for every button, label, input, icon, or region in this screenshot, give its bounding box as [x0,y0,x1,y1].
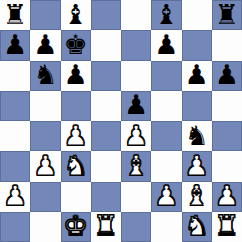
square-c1[interactable]: ♚ [61,212,91,242]
piece-black-rook: ♜ [3,1,27,28]
square-b6[interactable]: ♞ [30,61,60,91]
square-h2[interactable]: ♟ [212,182,242,212]
square-d1[interactable]: ♜ [91,212,121,242]
square-c3[interactable]: ♞ [61,151,91,181]
piece-white-pawn: ♟ [64,122,88,149]
square-f7[interactable]: ♟ [151,30,181,60]
square-d8[interactable] [91,0,121,30]
square-f4[interactable] [151,121,181,151]
square-e5[interactable]: ♟ [121,91,151,121]
piece-white-pawn: ♟ [215,182,239,209]
square-h8[interactable]: ♜ [212,0,242,30]
square-e6[interactable] [121,61,151,91]
piece-black-knight: ♞ [185,122,209,149]
square-f3[interactable] [151,151,181,181]
square-d5[interactable] [91,91,121,121]
square-g6[interactable]: ♟ [182,61,212,91]
square-b8[interactable] [30,0,60,30]
square-h7[interactable] [212,30,242,60]
square-f6[interactable] [151,61,181,91]
square-g7[interactable] [182,30,212,60]
piece-white-pawn: ♟ [154,182,178,209]
square-d6[interactable] [91,61,121,91]
square-d2[interactable] [91,182,121,212]
square-e8[interactable] [121,0,151,30]
piece-white-knight: ♞ [185,212,209,239]
square-h6[interactable]: ♟ [212,61,242,91]
piece-black-pawn: ♟ [3,31,27,58]
square-a3[interactable] [0,151,30,181]
piece-black-pawn: ♟ [154,31,178,58]
square-g8[interactable] [182,0,212,30]
square-g4[interactable]: ♞ [182,121,212,151]
square-f5[interactable] [151,91,181,121]
square-h4[interactable] [212,121,242,151]
square-c8[interactable]: ♝ [61,0,91,30]
square-c6[interactable]: ♟ [61,61,91,91]
square-b3[interactable]: ♟ [30,151,60,181]
square-d7[interactable] [91,30,121,60]
square-h3[interactable] [212,151,242,181]
square-c5[interactable] [61,91,91,121]
piece-black-knight: ♞ [33,61,57,88]
square-h5[interactable] [212,91,242,121]
square-a4[interactable] [0,121,30,151]
piece-white-rook: ♜ [94,212,118,239]
piece-white-pawn: ♟ [3,182,27,209]
square-e1[interactable] [121,212,151,242]
piece-black-pawn: ♟ [33,31,57,58]
piece-black-rook: ♜ [215,1,239,28]
piece-white-knight: ♞ [64,152,88,179]
piece-black-bishop: ♝ [154,1,178,28]
piece-black-pawn: ♟ [185,61,209,88]
piece-black-pawn: ♟ [124,91,148,118]
piece-white-pawn: ♟ [124,122,148,149]
piece-black-pawn: ♟ [215,61,239,88]
square-e4[interactable]: ♟ [121,121,151,151]
square-e7[interactable] [121,30,151,60]
square-a7[interactable]: ♟ [0,30,30,60]
square-b5[interactable] [30,91,60,121]
piece-white-bishop: ♝ [185,182,209,209]
square-g3[interactable]: ♟ [182,151,212,181]
piece-white-pawn: ♟ [33,152,57,179]
square-f8[interactable]: ♝ [151,0,181,30]
square-d4[interactable] [91,121,121,151]
square-g2[interactable]: ♝ [182,182,212,212]
square-f1[interactable] [151,212,181,242]
square-a2[interactable]: ♟ [0,182,30,212]
square-e3[interactable]: ♝ [121,151,151,181]
piece-black-pawn: ♟ [64,61,88,88]
chess-board: ♜♝♝♜♟♟♚♟♞♟♟♟♟♟♟♞♟♞♝♟♟♟♝♟♚♜♞♜ [0,0,242,242]
piece-white-king: ♚ [64,212,88,239]
piece-white-rook: ♜ [215,212,239,239]
square-c7[interactable]: ♚ [61,30,91,60]
square-b4[interactable] [30,121,60,151]
square-e2[interactable] [121,182,151,212]
piece-white-pawn: ♟ [185,152,209,179]
square-a5[interactable] [0,91,30,121]
square-h1[interactable]: ♜ [212,212,242,242]
square-a6[interactable] [0,61,30,91]
square-b2[interactable] [30,182,60,212]
square-c2[interactable] [61,182,91,212]
square-a1[interactable] [0,212,30,242]
piece-black-bishop: ♝ [64,1,88,28]
square-a8[interactable]: ♜ [0,0,30,30]
piece-white-bishop: ♝ [124,152,148,179]
square-g1[interactable]: ♞ [182,212,212,242]
square-b1[interactable] [30,212,60,242]
square-f2[interactable]: ♟ [151,182,181,212]
square-b7[interactable]: ♟ [30,30,60,60]
square-g5[interactable] [182,91,212,121]
square-c4[interactable]: ♟ [61,121,91,151]
piece-black-king: ♚ [64,31,88,58]
square-d3[interactable] [91,151,121,181]
